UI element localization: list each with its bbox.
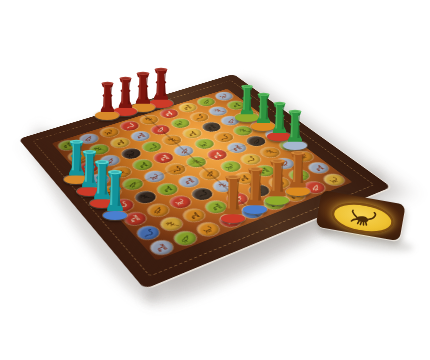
lizard-icon: [137, 192, 154, 202]
board-spot-r4c7: [244, 135, 270, 149]
scorpion-icon: [222, 162, 239, 171]
red-pawn: [99, 81, 116, 115]
lizard-icon: [164, 136, 180, 145]
red-pawn: [152, 67, 170, 103]
bird-icon: [125, 179, 142, 189]
snake-icon: [242, 155, 259, 164]
board-spot-r8c2: [194, 220, 223, 238]
ibex-icon: [135, 160, 151, 169]
snake-icon: [192, 113, 207, 121]
lizard-icon: [262, 148, 279, 157]
board-spot-r4c4: [184, 155, 210, 170]
board-spot-r0c3: [118, 119, 142, 132]
scorpion-icon: [172, 197, 190, 208]
ibex-icon: [112, 138, 128, 147]
board-spot-r5c3: [176, 174, 203, 190]
bird-icon: [153, 125, 168, 133]
board-spot-r4c3: [163, 162, 189, 177]
board-spot-r6c2: [167, 194, 195, 211]
red-pawn: [134, 71, 152, 107]
orange-pawn: [267, 158, 288, 200]
deer-icon: [126, 213, 144, 224]
board-spot-r0c4: [137, 113, 161, 126]
board-spot-r8c8: [321, 172, 349, 188]
scorpion-icon: [326, 175, 344, 185]
board-spot-r8c0: [147, 238, 177, 257]
deer-icon: [229, 144, 245, 153]
bird-icon: [176, 233, 195, 245]
board-spot-r8c1: [171, 229, 201, 248]
lizard-icon: [235, 127, 251, 135]
ibex-icon: [184, 129, 200, 137]
orange-pawn: [288, 150, 308, 191]
ibex-icon: [209, 150, 225, 159]
bird-icon: [149, 205, 167, 216]
board-spot-r5c1: [132, 189, 159, 205]
board-spot-r4c6: [224, 141, 250, 155]
board-spot-r7c2: [180, 207, 209, 224]
board-spot-r4c2: [142, 169, 169, 184]
board-spot-r7c0: [133, 224, 162, 242]
deer-icon: [181, 176, 198, 186]
deer-icon: [133, 132, 149, 140]
board-spot-r3c6: [211, 131, 236, 144]
board-spot-r5c2: [154, 181, 181, 197]
green-pawn: [255, 92, 272, 126]
ibex-icon: [161, 110, 176, 118]
scorpion-icon: [344, 207, 380, 230]
board-spot-r0c8: [213, 90, 236, 101]
bird-icon: [176, 146, 192, 155]
board-spot-r7c1: [157, 215, 186, 233]
red-pawn: [117, 76, 134, 111]
board-spot-r6c1: [144, 202, 172, 219]
board-spot-r7c8: [305, 160, 332, 175]
lizard-icon: [162, 218, 180, 229]
ibex-icon: [310, 163, 327, 172]
bird-icon: [248, 137, 264, 146]
board-spot-r5c5: [217, 159, 244, 174]
bird-icon: [202, 169, 219, 179]
lizard-icon: [142, 116, 157, 124]
deer-icon: [152, 242, 171, 254]
board-spot-r5c6: [237, 152, 263, 166]
scorpion-icon: [146, 172, 163, 182]
ibex-icon: [185, 210, 203, 221]
deer-icon: [156, 153, 172, 162]
snake-icon: [122, 122, 137, 130]
ibex-icon: [159, 184, 176, 194]
lizard-icon: [189, 157, 206, 166]
snake-icon: [144, 142, 160, 151]
snake-icon: [139, 227, 157, 239]
board-spot-r4c5: [204, 148, 230, 162]
green-pawn: [239, 84, 255, 117]
green-pawn: [286, 109, 304, 145]
orange-pawn: [245, 166, 266, 209]
board-spot-r6c3: [189, 186, 217, 202]
lizard-icon: [210, 107, 225, 115]
product-photo-scene: [0, 0, 430, 360]
snake-icon: [194, 189, 211, 199]
board-spot-r5c4: [197, 166, 224, 181]
scorpion-icon: [196, 140, 212, 149]
scorpion-icon: [217, 92, 232, 99]
orange-pawn: [222, 174, 244, 218]
deer-icon: [180, 104, 195, 112]
scorpion-icon: [173, 119, 188, 127]
green-pawn: [271, 101, 288, 136]
scorpion-icon: [123, 149, 139, 158]
teal-pawn: [105, 169, 125, 215]
scorpion-icon: [102, 128, 117, 136]
scorpion-icon: [199, 224, 218, 236]
snake-icon: [216, 133, 232, 141]
deer-icon: [204, 123, 220, 131]
snake-icon: [168, 165, 185, 174]
bird-icon: [199, 98, 214, 105]
